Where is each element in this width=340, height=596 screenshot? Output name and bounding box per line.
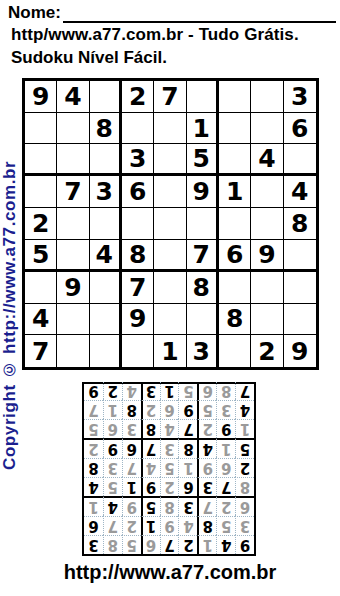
solution-cell-r5c7: 7 xyxy=(122,458,141,477)
cell-r3c8: 4 xyxy=(251,144,283,176)
solution-cell-r3c6: 5 xyxy=(141,496,160,516)
solution-cell-r6c2: 1 xyxy=(216,438,235,458)
cell-r3c6: 5 xyxy=(187,144,219,176)
cell-r6c2 xyxy=(57,240,89,272)
solution-cell-r4c2: 7 xyxy=(216,477,235,496)
cell-r4c9: 4 xyxy=(284,176,316,208)
cell-r9c2 xyxy=(57,335,89,367)
cell-r6c4: 8 xyxy=(122,240,154,272)
solution-cell-r7c7: 3 xyxy=(122,419,141,438)
solution-cell-r4c5: 2 xyxy=(160,477,179,496)
solution-cell-r8c8: 1 xyxy=(103,400,122,419)
solution-cell-r1c6: 6 xyxy=(141,535,160,554)
solution-cell-r4c7: 1 xyxy=(122,477,141,496)
cell-r6c5 xyxy=(154,240,186,272)
solution-cell-r3c3: 7 xyxy=(197,496,216,516)
solution-cell-r5c6: 4 xyxy=(141,458,160,477)
cell-r2c7 xyxy=(219,113,251,145)
name-row: Nome: xyxy=(8,2,336,23)
cell-r2c4 xyxy=(122,113,154,145)
cell-r7c9 xyxy=(284,272,316,304)
cell-r7c6: 8 xyxy=(187,272,219,304)
solution-grid-rotated: 9412765833584912766273859418736291542691… xyxy=(82,382,256,556)
solution-cell-r2c4: 4 xyxy=(178,516,197,535)
solution-cell-r5c8: 3 xyxy=(103,458,122,477)
cell-r5c4 xyxy=(122,208,154,240)
solution-cell-r5c1: 2 xyxy=(235,458,254,477)
solution-cell-r1c3: 1 xyxy=(197,535,216,554)
name-write-line xyxy=(63,2,336,23)
solution-cell-r9c7: 4 xyxy=(122,382,141,400)
solution-cell-r2c8: 7 xyxy=(103,516,122,535)
solution-cell-r3c9: 1 xyxy=(84,496,103,516)
cell-r7c8 xyxy=(251,272,283,304)
solution-cell-r7c5: 4 xyxy=(160,419,179,438)
solution-cell-r9c5: 1 xyxy=(160,382,179,400)
solution-cell-r1c8: 8 xyxy=(103,535,122,554)
solution-cell-r6c3: 4 xyxy=(197,438,216,458)
cell-r9c7 xyxy=(219,335,251,367)
cell-r7c4: 7 xyxy=(122,272,154,304)
solution-cell-r1c1: 9 xyxy=(235,535,254,554)
solution-cell-r9c6: 3 xyxy=(141,382,160,400)
solution-cell-r8c6: 2 xyxy=(141,400,160,419)
solution-cell-r5c4: 1 xyxy=(178,458,197,477)
solution-cell-r6c5: 3 xyxy=(160,438,179,458)
cell-r2c6: 1 xyxy=(187,113,219,145)
cell-r4c3: 3 xyxy=(90,176,122,208)
cell-r1c8 xyxy=(251,81,283,113)
cell-r3c9 xyxy=(284,144,316,176)
solution-cell-r8c1: 4 xyxy=(235,400,254,419)
solution-cell-r4c3: 3 xyxy=(197,477,216,496)
footer-url: http://www.a77.com.br xyxy=(0,561,340,584)
solution-cell-r1c4: 2 xyxy=(178,535,197,554)
solution-cell-r2c9: 6 xyxy=(84,516,103,535)
cell-r7c7 xyxy=(219,272,251,304)
cell-r8c4: 9 xyxy=(122,304,154,336)
cell-r3c1 xyxy=(25,144,57,176)
solution-cell-r7c2: 9 xyxy=(216,419,235,438)
cell-r5c8 xyxy=(251,208,283,240)
solution-cell-r6c4: 8 xyxy=(178,438,197,458)
cell-r6c8: 9 xyxy=(251,240,283,272)
sudoku-grid: 942738163547369142854876997849871329 xyxy=(22,78,319,370)
cell-r7c3 xyxy=(90,272,122,304)
cell-r2c9: 6 xyxy=(284,113,316,145)
cell-r5c7 xyxy=(219,208,251,240)
cell-r7c1 xyxy=(25,272,57,304)
solution-cell-r8c2: 3 xyxy=(216,400,235,419)
cell-r2c2 xyxy=(57,113,89,145)
cell-r8c2 xyxy=(57,304,89,336)
cell-r4c5 xyxy=(154,176,186,208)
solution-cell-r4c6: 9 xyxy=(141,477,160,496)
cell-r8c5 xyxy=(154,304,186,336)
name-label: Nome: xyxy=(8,3,61,23)
cell-r3c4: 3 xyxy=(122,144,154,176)
solution-cell-r7c1: 1 xyxy=(235,419,254,438)
cell-r1c6 xyxy=(187,81,219,113)
cell-r2c5 xyxy=(154,113,186,145)
page-title: Sudoku Nível Fácil. xyxy=(11,48,167,68)
cell-r5c6 xyxy=(187,208,219,240)
cell-r6c3: 4 xyxy=(90,240,122,272)
solution-cell-r2c5: 9 xyxy=(160,516,179,535)
cell-r6c9 xyxy=(284,240,316,272)
cell-r9c3 xyxy=(90,335,122,367)
solution-cell-r9c1: 7 xyxy=(235,382,254,400)
solution-cell-r9c3: 6 xyxy=(197,382,216,400)
cell-r9c5: 1 xyxy=(154,335,186,367)
cell-r6c7: 6 xyxy=(219,240,251,272)
cell-r5c5 xyxy=(154,208,186,240)
cell-r8c1: 4 xyxy=(25,304,57,336)
cell-r4c6: 9 xyxy=(187,176,219,208)
solution-cell-r2c7: 2 xyxy=(122,516,141,535)
solution-cell-r5c2: 6 xyxy=(216,458,235,477)
cell-r1c9: 3 xyxy=(284,81,316,113)
cell-r5c9: 8 xyxy=(284,208,316,240)
solution-cell-r2c3: 8 xyxy=(197,516,216,535)
cell-r8c9 xyxy=(284,304,316,336)
solution-cell-r3c5: 8 xyxy=(160,496,179,516)
cell-r3c2 xyxy=(57,144,89,176)
solution-cell-r1c7: 5 xyxy=(122,535,141,554)
solution-cell-r6c1: 5 xyxy=(235,438,254,458)
cell-r4c8 xyxy=(251,176,283,208)
solution-cell-r3c8: 4 xyxy=(103,496,122,516)
cell-r4c2: 7 xyxy=(57,176,89,208)
solution-cell-r9c4: 5 xyxy=(178,382,197,400)
solution-cell-r4c4: 6 xyxy=(178,477,197,496)
solution-cell-r3c7: 9 xyxy=(122,496,141,516)
cell-r8c6 xyxy=(187,304,219,336)
solution-cell-r6c7: 6 xyxy=(122,438,141,458)
solution-cell-r7c9: 5 xyxy=(84,419,103,438)
cell-r4c7: 1 xyxy=(219,176,251,208)
cell-r9c4 xyxy=(122,335,154,367)
cell-r8c3 xyxy=(90,304,122,336)
cell-r9c8: 2 xyxy=(251,335,283,367)
cell-r8c8 xyxy=(251,304,283,336)
solution-cell-r9c9: 9 xyxy=(84,382,103,400)
cell-r4c1 xyxy=(25,176,57,208)
site-line: http/www.a77.com.br - Tudo Grátis. xyxy=(11,25,299,45)
cell-r9c9: 9 xyxy=(284,335,316,367)
cell-r1c2: 4 xyxy=(57,81,89,113)
cell-r7c2: 9 xyxy=(57,272,89,304)
solution-cell-r8c9: 7 xyxy=(84,400,103,419)
solution-cell-r6c6: 7 xyxy=(141,438,160,458)
solution-cell-r6c9: 2 xyxy=(84,438,103,458)
solution-cell-r8c4: 9 xyxy=(178,400,197,419)
solution-cell-r2c6: 1 xyxy=(141,516,160,535)
cell-r3c5 xyxy=(154,144,186,176)
solution-cell-r3c2: 2 xyxy=(216,496,235,516)
solution-cell-r1c5: 7 xyxy=(160,535,179,554)
solution-cell-r1c2: 4 xyxy=(216,535,235,554)
solution-cell-r4c8: 5 xyxy=(103,477,122,496)
solution-cell-r7c6: 8 xyxy=(141,419,160,438)
solution-cell-r2c1: 3 xyxy=(235,516,254,535)
cell-r1c7 xyxy=(219,81,251,113)
cell-r3c7 xyxy=(219,144,251,176)
cell-r9c1: 7 xyxy=(25,335,57,367)
solution-cell-r5c9: 8 xyxy=(84,458,103,477)
solution-cell-r4c9: 4 xyxy=(84,477,103,496)
solution-cell-r7c4: 7 xyxy=(178,419,197,438)
solution-cell-r3c1: 6 xyxy=(235,496,254,516)
cell-r7c5 xyxy=(154,272,186,304)
cell-r4c4: 6 xyxy=(122,176,154,208)
solution-cell-r9c8: 2 xyxy=(103,382,122,400)
cell-r2c3: 8 xyxy=(90,113,122,145)
cell-r6c1: 5 xyxy=(25,240,57,272)
cell-r8c7: 8 xyxy=(219,304,251,336)
solution-cell-r8c7: 8 xyxy=(122,400,141,419)
solution-cell-r2c2: 5 xyxy=(216,516,235,535)
solution-cell-r9c2: 8 xyxy=(216,382,235,400)
cell-r5c3 xyxy=(90,208,122,240)
cell-r5c2 xyxy=(57,208,89,240)
solution-cell-r7c8: 6 xyxy=(103,419,122,438)
cell-r1c4: 2 xyxy=(122,81,154,113)
solution-cell-r5c5: 5 xyxy=(160,458,179,477)
solution-cell-r8c3: 5 xyxy=(197,400,216,419)
cell-r9c6: 3 xyxy=(187,335,219,367)
cell-r3c3 xyxy=(90,144,122,176)
cell-r2c8 xyxy=(251,113,283,145)
copyright-vertical-text: Copyright © http://www.a77.com.br xyxy=(0,82,20,470)
cell-r1c3 xyxy=(90,81,122,113)
solution-cell-r8c5: 6 xyxy=(160,400,179,419)
solution-cell-r4c1: 8 xyxy=(235,477,254,496)
solution-cell-r5c3: 9 xyxy=(197,458,216,477)
cell-r2c1 xyxy=(25,113,57,145)
solution-cell-r3c4: 3 xyxy=(178,496,197,516)
solution-cell-r1c9: 3 xyxy=(84,535,103,554)
cell-r6c6: 7 xyxy=(187,240,219,272)
cell-r1c5: 7 xyxy=(154,81,186,113)
solution-cell-r6c8: 9 xyxy=(103,438,122,458)
cell-r1c1: 9 xyxy=(25,81,57,113)
solution-cell-r7c3: 2 xyxy=(197,419,216,438)
cell-r5c1: 2 xyxy=(25,208,57,240)
